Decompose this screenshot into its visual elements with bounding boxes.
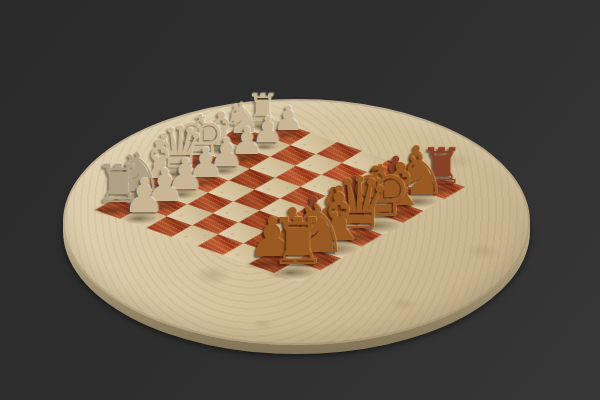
chess-set-photo: ♜♞♝♛♚♝♞♜♟♟♟♟♟♟♟♟♟♟♟♟♟♟♟♟♜♞♝♛♚♝♞♜ [0, 0, 600, 400]
piece-red-rook-a8: ♜ [256, 210, 340, 274]
piece-white-pawn-a2: ♟ [113, 173, 174, 220]
